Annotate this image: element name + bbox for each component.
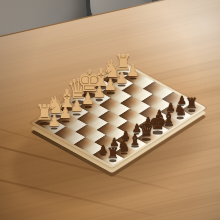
photo-scene: ♜♞♝♛♚♝♞♜♟♟♟♟♟♟♟♟♟♟♟♟♟♟♟♟♜♞♝♛♚♝♞♜	[0, 0, 220, 220]
